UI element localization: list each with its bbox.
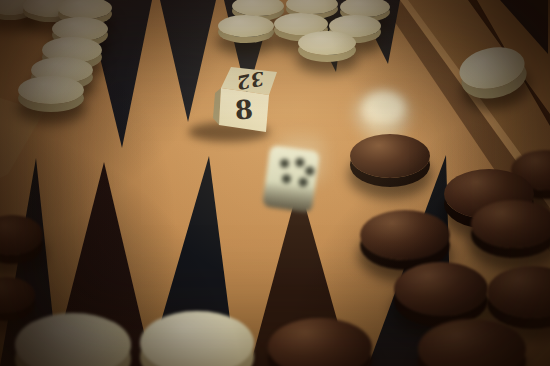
white-checker[interactable] <box>218 15 274 37</box>
tumbling-die[interactable] <box>262 145 320 213</box>
doubling-cube[interactable]: 32 8 <box>212 62 288 138</box>
white-checker[interactable] <box>18 76 84 104</box>
rolling-die-core <box>364 92 404 122</box>
brown-checker[interactable] <box>268 318 372 366</box>
brown-checker[interactable] <box>394 262 488 316</box>
brown-checker[interactable] <box>350 134 430 178</box>
white-checker[interactable] <box>298 31 356 55</box>
brown-checker[interactable] <box>471 200 550 248</box>
brown-checker[interactable] <box>360 210 450 260</box>
white-checker[interactable] <box>140 311 254 366</box>
brown-checker[interactable] <box>487 266 550 318</box>
white-checker[interactable] <box>456 42 529 95</box>
backgammon-photo: 32 8 <box>0 0 550 366</box>
cube-value-8: 8 <box>221 91 267 130</box>
